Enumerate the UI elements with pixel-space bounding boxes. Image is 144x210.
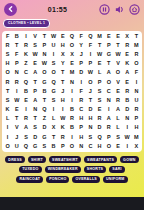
grid-cell-r10c3[interactable]: R [21,114,30,123]
grid-cell-r3c11[interactable]: W [95,50,104,59]
grid-cell-r3c4[interactable]: W [31,50,40,59]
grid-cell-r9c12[interactable]: I [104,105,113,114]
grid-cell-r1c4[interactable]: V [31,32,40,41]
word-search-screen: 01:55 [0,0,144,210]
word-chip-shorts: SHORTS [84,166,106,173]
grid-cell-r1c3[interactable]: I [21,32,30,41]
grid-cell-r3c8[interactable]: X [67,50,76,59]
grid-cell-r4c1[interactable]: H [3,59,12,68]
grid-cell-r2c4[interactable]: S [31,41,40,50]
grid-cell-r12c12[interactable]: P [104,133,113,142]
grid-cell-r6c5[interactable]: G [40,78,49,87]
grid-cell-r3c7[interactable]: X [58,50,67,59]
grid-cell-r5c6[interactable]: O [49,69,58,78]
grid-cell-r5c15[interactable]: F [132,69,141,78]
word-chip-windbreaker: WINDBREAKER [45,166,81,173]
grid-cell-r2c5[interactable]: P [40,41,49,50]
grid-cell-r3c2[interactable]: F [12,50,21,59]
grid-cell-r2c12[interactable]: P [104,41,113,50]
grid-cell-r6c12[interactable]: O [104,78,113,87]
grid-cell-r10c4[interactable]: T [31,114,40,123]
grid-cell-r4c7[interactable]: Y [58,59,67,68]
grid-cell-r7c10[interactable]: J [86,87,95,96]
grid-cell-r10c9[interactable]: H [77,114,86,123]
grid-cell-r1c12[interactable]: E [104,32,113,41]
word-chip-raincoat: RAINCOAT [16,176,43,183]
grid-cell-r8c11[interactable]: S [95,96,104,105]
grid-cell-r7c9[interactable]: F [77,87,86,96]
grid-cell-r1c13[interactable]: E [113,32,122,41]
grid-cell-r11c4[interactable]: S [31,124,40,133]
grid-cell-r1c8[interactable]: Q [67,32,76,41]
grid-cell-r2c3[interactable]: R [21,41,30,50]
grid-cell-r10c8[interactable]: R [67,114,76,123]
grid-cell-r1c7[interactable]: E [58,32,67,41]
grid-cell-r5c12[interactable]: A [104,69,113,78]
grid-cell-r11c7[interactable]: K [58,124,67,133]
grid-cell-r4c10[interactable]: P [86,59,95,68]
grid-cell-r4c12[interactable]: T [104,59,113,68]
grid-cell-r12c5[interactable]: G [40,133,49,142]
grid-cell-r10c13[interactable]: L [113,114,122,123]
grid-cell-r12c10[interactable]: S [86,133,95,142]
speaker-icon [114,4,125,15]
grid-cell-r4c15[interactable]: O [132,59,141,68]
word-chip-tuxedo: TUXEDO [19,166,41,173]
grid-cell-r2c14[interactable]: R [123,41,132,50]
grid-cell-r1c14[interactable]: X [123,32,132,41]
grid-cell-r13c11[interactable]: H [95,142,104,151]
grid-cell-r12c8[interactable]: I [67,133,76,142]
grid-cell-r9c5[interactable]: Q [40,105,49,114]
grid-cell-r9c9[interactable]: C [77,105,86,114]
grid-cell-r7c3[interactable]: B [21,87,30,96]
grid-cell-r9c14[interactable]: D [123,105,132,114]
grid-cell-r5c7[interactable]: T [58,69,67,78]
grid-cell-r3c15[interactable]: R [132,50,141,59]
word-chip-sari: SARI [109,166,125,173]
grid-cell-r11c11[interactable]: D [95,124,104,133]
grid-cell-r9c13[interactable]: A [113,105,122,114]
grid-cell-r7c2[interactable]: I [12,87,21,96]
back-arrow-icon [7,5,15,13]
grid-cell-r6c1[interactable]: R [3,78,12,87]
grid-cell-r11c12[interactable]: R [104,124,113,133]
grid-cell-r2c7[interactable]: H [58,41,67,50]
grid-cell-r3c12[interactable]: G [104,50,113,59]
grid-cell-r4c14[interactable]: K [123,59,132,68]
grid-cell-r12c4[interactable]: D [31,133,40,142]
grid-cell-r8c13[interactable]: R [113,96,122,105]
grid-cell-r13c3[interactable]: Q [21,142,30,151]
grid-cell-r7c13[interactable]: E [113,87,122,96]
sound-button[interactable] [113,3,125,15]
grid-cell-r9c15[interactable]: R [132,105,141,114]
grid-cell-r11c1[interactable]: I [3,124,12,133]
grid-cell-r9c7[interactable]: I [58,105,67,114]
grid-cell-r12c7[interactable]: R [58,133,67,142]
grid-cell-r10c6[interactable]: L [49,114,58,123]
grid-cell-r5c4[interactable]: A [31,69,40,78]
word-chip-poncho: PONCHO [46,176,69,183]
grid-cell-r12c3[interactable]: S [21,133,30,142]
grid-cell-r1c9[interactable]: F [77,32,86,41]
header-icons [98,3,140,15]
grid-cell-r4c9[interactable]: P [77,59,86,68]
grid-cell-r6c15[interactable]: I [132,78,141,87]
grid-cell-r8c2[interactable]: W [12,96,21,105]
grid-cell-r5c10[interactable]: W [86,69,95,78]
grid-cell-r7c5[interactable]: B [40,87,49,96]
grid-cell-r3c6[interactable]: I [49,50,58,59]
grid-cell-r11c6[interactable]: X [49,124,58,133]
grid-cell-r6c13[interactable]: V [113,78,122,87]
grid-cell-r8c4[interactable]: A [31,96,40,105]
grid-cell-r4c8[interactable]: E [67,59,76,68]
back-button[interactable] [4,3,17,16]
grid-cell-r12c9[interactable]: H [77,133,86,142]
grid-cell-r7c12[interactable]: C [104,87,113,96]
grid-cell-r7c4[interactable]: P [31,87,40,96]
timer: 01:55 [48,6,67,13]
grid-cell-r13c15[interactable]: X [132,142,141,151]
word-chip-overalls: OVERALLS [72,176,100,183]
grid-cell-r8c1[interactable]: S [3,96,12,105]
top-bar: 01:55 [0,0,144,18]
grid-cell-r2c8[interactable]: O [67,41,76,50]
grid-cell-r2c1[interactable]: R [3,41,12,50]
grid-cell-r3c14[interactable]: E [123,50,132,59]
grid-cell-r9c3[interactable]: I [21,105,30,114]
grid-cell-r10c11[interactable]: R [95,114,104,123]
grid-cell-r11c8[interactable]: B [67,124,76,133]
grid-cell-r6c6[interactable]: Q [49,78,58,87]
grid-cell-r3c1[interactable]: S [3,50,12,59]
grid-cell-r1c10[interactable]: Q [86,32,95,41]
grid-cell-r2c15[interactable]: M [132,41,141,50]
grid-cell-r10c7[interactable]: W [58,114,67,123]
grid-cell-r8c15[interactable]: U [132,96,141,105]
grid-cell-r6c2[interactable]: R [12,78,21,87]
grid-cell-r12c13[interactable]: S [113,133,122,142]
grid-cell-r5c9[interactable]: D [77,69,86,78]
grid-cell-r13c13[interactable]: E [113,142,122,151]
grid-cell-r3c13[interactable]: W [113,50,122,59]
grid-cell-r10c10[interactable]: H [86,114,95,123]
category-level-badge: CLOTHES • LEVEL 1 [3,19,50,28]
word-chip-uniform: UNIFORM [103,176,128,183]
grid-cell-r13c7[interactable]: P [58,142,67,151]
grid-cell-r8c6[interactable]: S [49,96,58,105]
grid-cell-r13c5[interactable]: S [40,142,49,151]
grid-cell-r13c9[interactable]: N [77,142,86,151]
grid-cell-r13c8[interactable]: O [67,142,76,151]
grid-cell-r13c4[interactable]: G [31,142,40,151]
grid-cell-r6c9[interactable]: I [77,78,86,87]
grid-cell-r11c9[interactable]: P [77,124,86,133]
grid-cell-r1c5[interactable]: T [40,32,49,41]
grid-cell-r11c2[interactable]: V [12,124,21,133]
grid-cell-r9c6[interactable]: I [49,105,58,114]
grid-cell-r13c14[interactable]: I [123,142,132,151]
grid-cell-r9c4[interactable]: N [31,105,40,114]
grid-cell-r2c10[interactable]: F [86,41,95,50]
grid-cell-r4c13[interactable]: V [113,59,122,68]
grid-cell-r8c3[interactable]: E [21,96,30,105]
word-chip-dress: DRESS [5,156,25,163]
grid-cell-r4c3[interactable]: Z [21,59,30,68]
word-chip-gown: GOWN [120,156,139,163]
grid-cell-r10c12[interactable]: A [104,114,113,123]
grid-cell-r2c2[interactable]: T [12,41,21,50]
pause-icon [99,4,110,15]
grid-cell-r12c2[interactable]: J [12,133,21,142]
grid-cell-r11c15[interactable]: H [132,124,141,133]
grid-cell-r8c10[interactable]: T [86,96,95,105]
grid-cell-r2c6[interactable]: U [49,41,58,50]
grid-cell-r7c15[interactable]: N [132,87,141,96]
grid-cell-r7c14[interactable]: R [123,87,132,96]
grid-cell-r10c14[interactable]: N [123,114,132,123]
grid-cell-r7c7[interactable]: J [58,87,67,96]
grid-cell-r6c14[interactable]: E [123,78,132,87]
grid-cell-r10c1[interactable]: L [3,114,12,123]
grid-cell-r12c15[interactable]: M [132,133,141,142]
grid-cell-r8c7[interactable]: H [58,96,67,105]
grid-cell-r8c9[interactable]: R [77,96,86,105]
grid-cell-r5c5[interactable]: O [40,69,49,78]
grid-cell-r10c15[interactable]: P [132,114,141,123]
grid-cell-r7c11[interactable]: S [95,87,104,96]
grid-cell-r11c10[interactable]: N [86,124,95,133]
grid-cell-r12c1[interactable]: I [3,133,12,142]
home-icon [129,4,140,15]
grid-cell-r13c2[interactable]: U [12,142,21,151]
grid-cell-r5c2[interactable]: N [12,69,21,78]
grid-cell-r4c2[interactable]: P [12,59,21,68]
grid-cell-r9c10[interactable]: D [86,105,95,114]
grid-cell-r5c3[interactable]: C [21,69,30,78]
grid-cell-r6c7[interactable]: T [58,78,67,87]
grid-cell-r10c5[interactable]: Z [40,114,49,123]
grid-cell-r1c1[interactable]: F [3,32,12,41]
grid-cell-r7c8[interactable]: I [67,87,76,96]
grid-cell-r5c11[interactable]: L [95,69,104,78]
grid-cell-r13c1[interactable]: O [3,142,12,151]
grid-cell-r7c1[interactable]: T [3,87,12,96]
grid-cell-r6c3[interactable]: Q [21,78,30,87]
grid-cell-r5c1[interactable]: O [3,69,12,78]
grid-cell-r11c3[interactable]: A [21,124,30,133]
grid-cell-r7c6[interactable]: G [49,87,58,96]
word-chip-sweatpants: SWEATPANTS [84,156,117,163]
word-list: DRESSSHIRTSWEATSHIRTSWEATPANTSGOWNTUXEDO… [0,156,144,183]
grid-cell-r6c8[interactable]: N [67,78,76,87]
letter-grid[interactable]: FBIVTWEQFQMEEXTRTRSPUHOYFTPTRMSFKWNIXXJI… [2,31,142,152]
grid-cell-r12c6[interactable]: T [49,133,58,142]
grid-cell-r8c5[interactable]: T [40,96,49,105]
grid-cell-r1c6[interactable]: W [49,32,58,41]
grid-cell-r1c11[interactable]: M [95,32,104,41]
grid-cell-r8c12[interactable]: N [104,96,113,105]
grid-cell-r2c13[interactable]: T [113,41,122,50]
grid-cell-r3c10[interactable]: I [86,50,95,59]
grid-cell-r11c14[interactable]: I [123,124,132,133]
grid-cell-r1c15[interactable]: T [132,32,141,41]
grid-cell-r13c6[interactable]: B [49,142,58,151]
grid-cell-r10c2[interactable]: T [12,114,21,123]
grid-cell-r12c11[interactable]: Q [95,133,104,142]
grid-cell-r3c5[interactable]: N [40,50,49,59]
grid-cell-r11c5[interactable]: D [40,124,49,133]
grid-cell-r4c6[interactable]: S [49,59,58,68]
grid-cell-r3c9[interactable]: J [77,50,86,59]
grid-cell-r9c1[interactable]: K [3,105,12,114]
grid-cell-r5c14[interactable]: A [123,69,132,78]
grid-cell-r2c9[interactable]: Y [77,41,86,50]
grid-cell-r4c4[interactable]: E [31,59,40,68]
grid-cell-r9c11[interactable]: E [95,105,104,114]
grid-cell-r2c11[interactable]: T [95,41,104,50]
grid-cell-r8c8[interactable]: I [67,96,76,105]
grid-cell-r9c2[interactable]: E [12,105,21,114]
grid-cell-r9c8[interactable]: B [67,105,76,114]
word-chip-sweatshirt: SWEATSHIRT [49,156,81,163]
grid-cell-r8c14[interactable]: B [123,96,132,105]
grid-cell-r1c2[interactable]: B [12,32,21,41]
grid-cell-r6c4[interactable]: T [31,78,40,87]
bottom-bar [0,197,144,210]
grid-cell-r4c5[interactable]: W [40,59,49,68]
grid-cell-r6c11[interactable]: P [95,78,104,87]
grid-cell-r13c12[interactable]: O [104,142,113,151]
grid-cell-r3c3[interactable]: K [21,50,30,59]
grid-cell-r4c11[interactable]: E [95,59,104,68]
pause-button[interactable] [98,3,110,15]
word-chip-shirt: SHIRT [28,156,46,163]
grid-cell-r5c13[interactable]: O [113,69,122,78]
grid-cell-r6c10[interactable]: O [86,78,95,87]
grid-cell-r12c14[interactable]: W [123,133,132,142]
grid-cell-r13c10[interactable]: C [86,142,95,151]
grid-cell-r11c13[interactable]: L [113,124,122,133]
grid-cell-r5c8[interactable]: M [67,69,76,78]
home-button[interactable] [128,3,140,15]
